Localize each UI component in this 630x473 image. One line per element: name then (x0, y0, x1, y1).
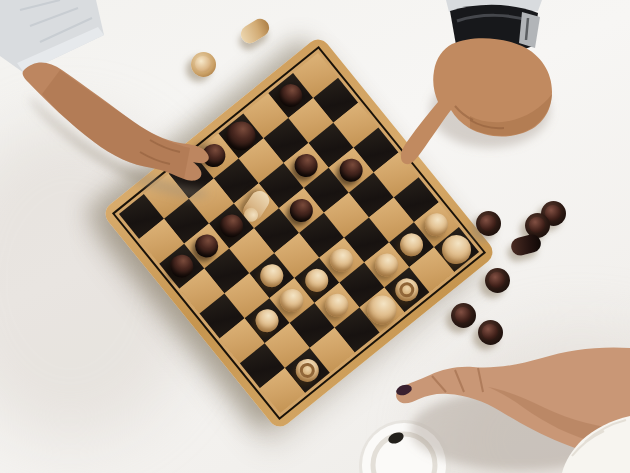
dark-pawn-right-7[interactable] (478, 320, 503, 345)
bottom-player-hand (395, 347, 630, 473)
dark-pawn-right-7-ball (482, 324, 498, 340)
right-knuckle-lines (455, 106, 504, 128)
chess-board (101, 35, 498, 432)
cuff-folds (572, 420, 626, 456)
dark-pawn-right-5[interactable] (485, 268, 510, 293)
dark-pawn-right-4-fallen-base (509, 233, 542, 258)
light-pawn-table-top[interactable] (191, 52, 216, 77)
dark-pawn-right-6-ball (455, 307, 471, 323)
right-player-hand (401, 0, 552, 164)
dark-pawn-right-4-fallen[interactable] (509, 233, 542, 258)
dark-pawn-right-5-ball (489, 272, 505, 288)
dark-pawn-right-1[interactable] (476, 211, 501, 236)
coffee-cup-lid (359, 420, 451, 473)
right-fist-shading (470, 94, 552, 136)
watch-band-highlight (457, 15, 530, 21)
light-pawn-table-top-fallen[interactable] (238, 15, 273, 46)
bottom-hand-shading (488, 387, 630, 450)
bottom-hand-shadow (410, 390, 630, 470)
table-scene (0, 0, 630, 473)
bottom-hand (396, 347, 630, 461)
dark-pawn-right-6[interactable] (451, 303, 476, 328)
thumbnail-dark-polish (395, 383, 413, 397)
bottom-finger-creases (432, 368, 483, 392)
left-sleeve (0, 0, 104, 73)
light-pawn-table-top-fallen-base (238, 15, 273, 46)
sleeve-stripes (20, 0, 92, 42)
watch-buckle-slot (526, 18, 528, 40)
dark-pawn-right-1-ball (480, 215, 496, 231)
cup-sip-hole (387, 430, 406, 445)
left-sleeve-cuff (17, 27, 104, 73)
watch-band (450, 5, 538, 54)
right-sleeve (446, 0, 542, 15)
right-fist (401, 38, 552, 164)
light-pawn-table-top-ball (195, 56, 211, 72)
dark-pawn-right-3-ball (529, 217, 545, 233)
right-hand-shadow (430, 72, 550, 148)
table-shading-bottom-right (430, 330, 630, 473)
watch-buckle (519, 12, 540, 48)
board-playing-area (119, 53, 479, 413)
bottom-sleeve-cuff (562, 416, 630, 473)
